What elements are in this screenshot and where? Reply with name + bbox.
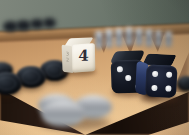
- silver-checker-far: [135, 28, 143, 46]
- doubling-cube: 32 4: [60, 36, 96, 74]
- cube-side-value: 32: [64, 50, 70, 63]
- die-pip: [125, 75, 131, 81]
- silver-checker-far: [95, 31, 103, 49]
- die-right-showing-4: [135, 53, 179, 101]
- silver-checker-front: [41, 100, 85, 127]
- black-checker-far: [16, 20, 31, 31]
- die-pip: [166, 71, 172, 77]
- silver-checker-far: [105, 29, 113, 48]
- backgammon-photo-scene: 32 4: [0, 0, 189, 135]
- black-checker-far: [30, 19, 44, 29]
- right-die-front-face: [145, 64, 178, 98]
- cube-front-face: 4: [72, 43, 95, 73]
- silver-checker-far: [125, 27, 133, 46]
- silver-checker-far: [115, 28, 123, 47]
- die-pip: [165, 86, 171, 92]
- black-checker-far: [43, 18, 56, 28]
- silver-checker-far: [145, 29, 153, 47]
- die-pip: [152, 71, 158, 77]
- die-pip: [116, 66, 122, 72]
- silver-checker-far: [165, 31, 172, 47]
- cube-front-value: 4: [72, 46, 95, 65]
- silver-checker-far: [155, 30, 162, 47]
- die-pip: [151, 85, 157, 91]
- black-checker-right-edge-partial: [177, 76, 189, 91]
